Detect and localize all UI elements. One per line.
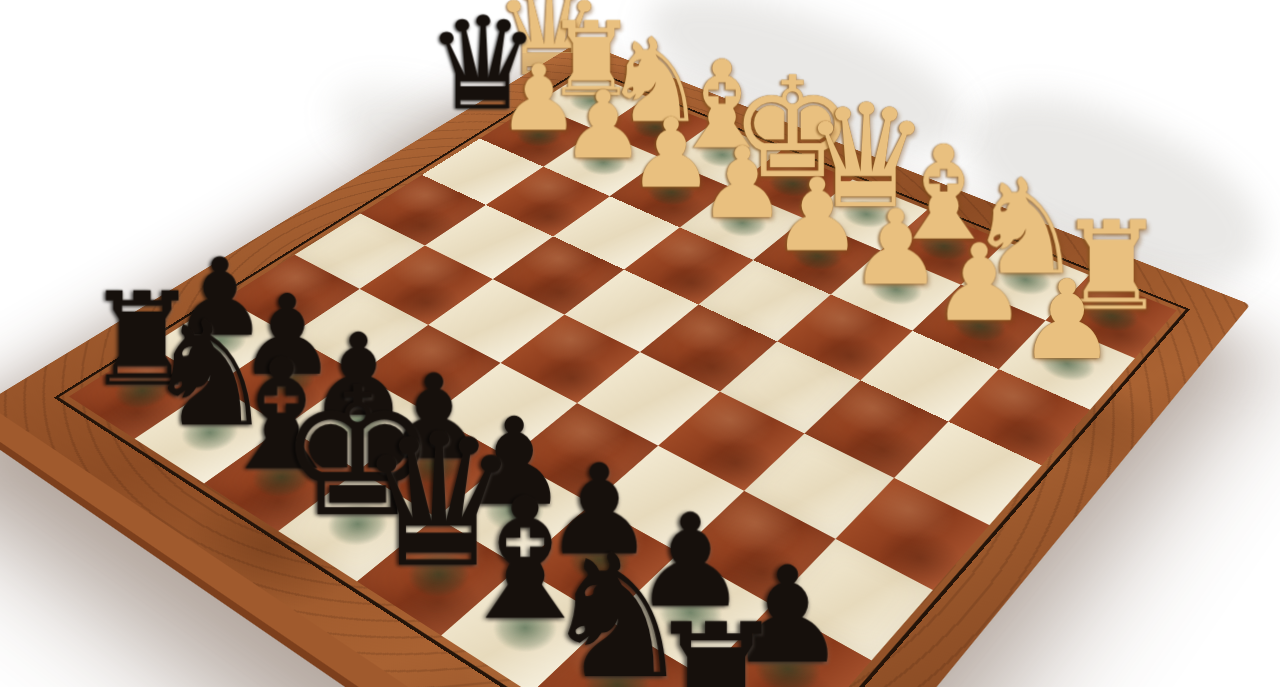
white-pawn[interactable]: ♟ (932, 229, 1028, 336)
photo-backdrop: ♜♞♝♚♛♝♞♜♟♟♟♟♟♟♟♟♟♟♟♟♟♟♟♟♜♞♝♚♛♝♞♜ ♛♛ (0, 0, 1280, 687)
white-pawn[interactable]: ♟ (1018, 265, 1116, 375)
scene: ♜♞♝♚♛♝♞♜♟♟♟♟♟♟♟♟♟♟♟♟♟♟♟♟♜♞♝♚♛♝♞♜ ♛♛ (0, 0, 1280, 687)
board-frame: ♜♞♝♚♛♝♞♜♟♟♟♟♟♟♟♟♟♟♟♟♟♟♟♟♜♞♝♚♛♝♞♜ ♛♛ (0, 41, 1250, 687)
square-a8[interactable]: ♜ (627, 676, 804, 687)
white-pawn[interactable]: ♟ (850, 196, 943, 300)
chess-board: ♜♞♝♚♛♝♞♜♟♟♟♟♟♟♟♟♟♟♟♟♟♟♟♟♜♞♝♚♛♝♞♜ ♛♛ (0, 41, 1250, 687)
square-d3[interactable] (699, 260, 831, 341)
black-rook[interactable]: ♜ (644, 601, 788, 687)
board-grid: ♜♞♝♚♛♝♞♜♟♟♟♟♟♟♟♟♟♟♟♟♟♟♟♟♜♞♝♚♛♝♞♜ (69, 72, 1177, 687)
